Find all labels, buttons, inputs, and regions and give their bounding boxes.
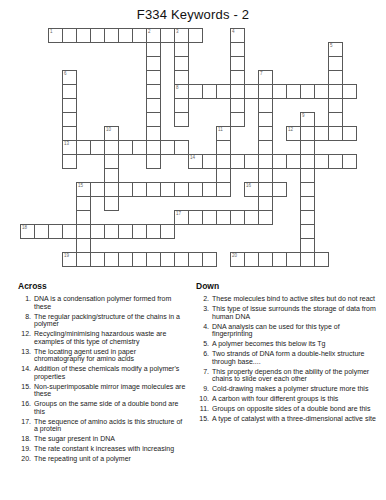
grid-cell[interactable] [202,154,217,169]
grid-cell[interactable] [300,196,315,211]
grid-cell[interactable]: 15 [76,182,91,197]
grid-cell[interactable]: 16 [244,182,259,197]
grid-cell[interactable] [160,28,175,43]
clue-text: The sugar present in DNA [34,435,187,443]
grid-cell[interactable] [188,28,203,43]
grid-cell[interactable] [174,252,189,267]
grid-cell[interactable] [160,140,175,155]
cell-number: 20 [232,253,237,258]
grid-cell[interactable] [202,84,217,99]
clue-number: 14. [18,365,34,380]
cell-number: 6 [64,71,67,76]
clue-text: The locating agent used in paper chromat… [34,348,187,363]
grid-cell[interactable] [258,168,273,183]
cell-number: 8 [176,85,179,90]
down-heading: Down [196,281,380,291]
grid-cell[interactable] [300,168,315,183]
grid-cell[interactable] [62,28,77,43]
grid-cell[interactable] [160,252,175,267]
clue-item: 9.Cold-drawing makes a polymer structure… [196,385,380,393]
clue-number: 20. [18,455,34,463]
grid-cell[interactable] [286,154,301,169]
grid-cell[interactable] [244,154,259,169]
clue-number: 15. [18,383,34,398]
grid-cell[interactable] [314,126,329,141]
grid-cell[interactable] [62,154,77,169]
grid-cell[interactable] [174,98,189,113]
grid-cell[interactable]: 3 [174,28,189,43]
clue-item: 8.The regular packing/structure of the c… [18,313,190,328]
clue-text: A polymer becomes this below its Tg [212,340,379,348]
grid-cell[interactable] [118,224,133,239]
grid-cell[interactable]: 14 [188,154,203,169]
clue-text: The repeating unit of a polymer [34,455,187,463]
clue-number: 19. [18,445,34,453]
grid-cell[interactable] [104,28,119,43]
clue-item: 7.This property depends on the ability o… [196,368,380,383]
grid-cell[interactable] [230,98,245,113]
grid-cell[interactable]: 7 [258,70,273,85]
clue-item: 3.This type of issue surrounds the stora… [196,305,380,320]
cell-number: 3 [176,29,179,34]
grid-cell[interactable] [314,252,329,267]
clue-item: 2.These molecules bind to active sites b… [196,295,380,303]
grid-cell[interactable] [258,182,273,197]
grid-cell[interactable] [230,154,245,169]
cell-number: 7 [260,71,263,76]
clue-item: 10.A carbon with four different groups i… [196,395,380,403]
clue-number: 18. [18,435,34,443]
cell-number: 19 [64,253,69,258]
clue-item: 16.Groups on the same side of a double b… [18,400,190,415]
clue-number: 3. [196,305,212,320]
cell-number: 5 [330,43,333,48]
grid-cell[interactable] [146,112,161,127]
clue-item: 12.Recycling/minimising hazardous waste … [18,330,190,345]
grid-cell[interactable] [90,140,105,155]
grid-cell[interactable] [132,182,147,197]
grid-cell[interactable] [272,84,287,99]
clue-item: 5.A polymer becomes this below its Tg [196,340,380,348]
grid-cell[interactable] [258,98,273,113]
grid-cell[interactable] [104,224,119,239]
grid-cell[interactable] [76,196,91,211]
clue-number: 7. [196,368,212,383]
grid-cell[interactable] [328,112,343,127]
cell-number: 14 [190,155,195,160]
grid-cell[interactable] [90,28,105,43]
grid-cell[interactable] [146,224,161,239]
grid-cell[interactable] [104,196,119,211]
grid-cell[interactable] [216,182,231,197]
clue-item: 15.A type of catalyst with a three-dimen… [196,415,380,423]
grid-cell[interactable] [202,182,217,197]
grid-cell[interactable] [118,28,133,43]
grid-cell[interactable] [230,84,245,99]
clue-number: 5. [196,340,212,348]
clue-number: 15. [196,415,212,423]
clue-number: 6. [196,350,212,365]
grid-cell[interactable] [62,112,77,127]
grid-cell[interactable] [146,84,161,99]
grid-cell[interactable] [48,224,63,239]
grid-cell[interactable] [160,182,175,197]
across-heading: Across [18,281,190,291]
grid-cell[interactable] [34,224,49,239]
grid-cell[interactable] [244,252,259,267]
grid-cell[interactable] [90,224,105,239]
cell-number: 10 [106,127,111,132]
grid-cell[interactable] [258,126,273,141]
cell-number: 12 [288,127,293,132]
cell-number: 13 [64,141,69,146]
grid-cell[interactable] [160,224,175,239]
grid-cell[interactable] [62,98,77,113]
cell-number: 2 [148,29,151,34]
grid-cell[interactable] [300,238,315,253]
grid-cell[interactable]: 19 [62,252,77,267]
grid-cell[interactable] [132,140,147,155]
grid-cell[interactable]: 12 [286,126,301,141]
clue-number: 10. [196,395,212,403]
grid-cell[interactable] [174,56,189,71]
grid-cell[interactable] [300,154,315,169]
clue-text: Addition of these chemicals modify a pol… [34,365,187,380]
grid-cell[interactable] [146,126,161,141]
grid-cell[interactable] [76,238,91,253]
grid-cell[interactable] [258,252,273,267]
grid-cell[interactable] [104,182,119,197]
clue-item: 17.The sequence of amino acids is this s… [18,418,190,433]
grid-cell[interactable] [314,154,329,169]
grid-cell[interactable] [76,210,91,225]
grid-cell[interactable] [146,182,161,197]
across-clues-section: Across 1.DNA is a condensation polymer f… [18,281,190,465]
grid-cell[interactable] [188,84,203,99]
grid-cell[interactable]: 8 [174,84,189,99]
grid-cell[interactable]: 20 [230,252,245,267]
clue-item: 19.The rate constant k increases with in… [18,445,190,453]
grid-cell[interactable] [216,140,231,155]
cell-number: 9 [302,113,305,118]
grid-cell[interactable] [104,168,119,183]
grid-cell[interactable] [216,84,231,99]
grid-cell[interactable] [258,112,273,127]
grid-cell[interactable] [146,98,161,113]
grid-cell[interactable] [132,28,147,43]
grid-cell[interactable] [300,210,315,225]
grid-cell[interactable] [328,84,343,99]
grid-cell[interactable] [328,56,343,71]
grid-cell[interactable] [146,56,161,71]
clue-number: 9. [196,385,212,393]
clue-text: Groups on the same side of a double bond… [34,400,187,415]
clue-text: A type of catalyst with a three-dimensio… [212,415,379,423]
clue-number: 17. [18,418,34,433]
grid-cell[interactable] [76,252,91,267]
clue-number: 13. [18,348,34,363]
grid-cell[interactable] [342,126,357,141]
cell-number: 4 [232,29,235,34]
clue-number: 8. [18,313,34,328]
grid-cell[interactable] [286,84,301,99]
clue-text: The sequence of amino acids is this stru… [34,418,187,433]
grid-cell[interactable] [244,84,259,99]
grid-cell[interactable] [76,224,91,239]
grid-cell[interactable] [342,84,357,99]
grid-cell[interactable] [146,252,161,267]
clue-text: A carbon with four different groups is t… [212,395,379,403]
grid-cell[interactable] [258,84,273,99]
crossword-grid: 1234567891011121314151617181920 [20,28,358,269]
grid-cell[interactable] [62,84,77,99]
clue-text: Cold-drawing makes a polymer structure m… [212,385,379,393]
grid-cell[interactable] [272,154,287,169]
clue-number: 4. [196,323,212,338]
grid-cell[interactable] [90,182,105,197]
grid-cell[interactable] [174,182,189,197]
grid-cell[interactable] [174,112,189,127]
clue-text: DNA is a condensation polymer formed fro… [34,295,187,310]
clue-item: 4.DNA analysis can be used for this type… [196,323,380,338]
grid-cell[interactable] [216,154,231,169]
clue-text: Non-superimposable mirror image molecule… [34,383,187,398]
grid-cell[interactable]: 11 [216,126,231,141]
clue-number: 12. [18,330,34,345]
grid-cell[interactable] [230,112,245,127]
clue-text: DNA analysis can be used for this type o… [212,323,379,338]
across-clues-list: 1.DNA is a condensation polymer formed f… [18,295,190,463]
grid-cell[interactable] [132,252,147,267]
grid-cell[interactable] [104,252,119,267]
grid-cell[interactable]: 17 [174,210,189,225]
grid-cell[interactable]: 4 [230,28,245,43]
clue-item: 18.The sugar present in DNA [18,435,190,443]
grid-cell[interactable] [342,154,357,169]
down-clues-section: Down 2.These molecules bind to active si… [196,281,380,425]
clue-item: 13.The locating agent used in paper chro… [18,348,190,363]
grid-cell[interactable] [216,210,231,225]
grid-cell[interactable] [300,252,315,267]
grid-cell[interactable] [202,252,217,267]
grid-cell[interactable] [202,210,217,225]
grid-cell[interactable]: 1 [48,28,63,43]
grid-cell[interactable] [258,140,273,155]
grid-cell[interactable] [118,182,133,197]
grid-cell[interactable] [76,140,91,155]
cell-number: 11 [218,127,223,132]
grid-cell[interactable] [76,28,91,43]
grid-cell[interactable] [118,252,133,267]
grid-cell[interactable]: 10 [104,126,119,141]
grid-cell[interactable] [230,56,245,71]
grid-cell[interactable] [146,70,161,85]
grid-cell[interactable] [174,70,189,85]
clue-text: This type of issue surrounds the storage… [212,305,379,320]
grid-cell[interactable] [328,70,343,85]
grid-cell[interactable] [230,42,245,57]
grid-cell[interactable]: 5 [328,42,343,57]
grid-cell[interactable]: 2 [146,28,161,43]
grid-cell[interactable] [328,126,343,141]
clue-number: 1. [18,295,34,310]
cell-number: 18 [22,225,27,230]
clue-number: 2. [196,295,212,303]
grid-cell[interactable] [188,182,203,197]
grid-cell[interactable] [300,126,315,141]
clue-text: The regular packing/structure of the cha… [34,313,187,328]
grid-cell[interactable] [230,70,245,85]
clue-text: The rate constant k increases with incre… [34,445,187,453]
puzzle-title: F334 Keywords - 2 [0,7,386,22]
clue-text: Two strands of DNA form a double-helix s… [212,350,379,365]
grid-cell[interactable] [132,224,147,239]
grid-cell[interactable] [244,210,259,225]
grid-cell[interactable] [258,210,273,225]
cell-number: 15 [78,183,83,188]
grid-cell[interactable] [258,154,273,169]
grid-cell[interactable] [272,252,287,267]
grid-cell[interactable] [216,168,231,183]
grid-cell[interactable] [286,252,301,267]
clue-number: 11. [196,405,212,413]
grid-cell[interactable] [328,154,343,169]
grid-cell[interactable] [230,210,245,225]
clue-text: These molecules bind to active sites but… [212,295,379,303]
grid-cell[interactable] [174,140,189,155]
cell-number: 16 [246,183,251,188]
cell-number: 17 [176,211,181,216]
grid-cell[interactable] [258,196,273,211]
grid-cell[interactable] [62,224,77,239]
clue-item: 11.Groups on opposite sides of a double … [196,405,380,413]
grid-cell[interactable]: 9 [300,112,315,127]
clue-item: 6.Two strands of DNA form a double-helix… [196,350,380,365]
grid-cell[interactable] [300,84,315,99]
grid-cell[interactable] [300,182,315,197]
clue-text: This property depends on the ability of … [212,368,379,383]
clue-item: 20.The repeating unit of a polymer [18,455,190,463]
grid-cell[interactable] [328,98,343,113]
clue-item: 14.Addition of these chemicals modify a … [18,365,190,380]
grid-cell[interactable] [314,84,329,99]
grid-cell[interactable] [118,140,133,155]
clue-item: 1.DNA is a condensation polymer formed f… [18,295,190,310]
grid-cell[interactable] [146,42,161,57]
grid-cell[interactable] [188,210,203,225]
grid-cell[interactable] [272,182,287,197]
grid-cell[interactable] [90,252,105,267]
grid-cell[interactable]: 13 [62,140,77,155]
grid-cell[interactable]: 6 [62,70,77,85]
grid-cell[interactable] [300,140,315,155]
grid-cell[interactable] [146,140,161,155]
clue-number: 16. [18,400,34,415]
down-clues-list: 2.These molecules bind to active sites b… [196,295,380,423]
grid-cell[interactable] [188,252,203,267]
grid-cell[interactable] [62,126,77,141]
clue-item: 15.Non-superimposable mirror image molec… [18,383,190,398]
clue-text: Groups on opposite sides of a double bon… [212,405,379,413]
grid-cell[interactable] [104,154,119,169]
grid-cell[interactable]: 18 [20,224,35,239]
grid-cell[interactable] [174,42,189,57]
grid-cell[interactable] [300,224,315,239]
cell-number: 1 [50,29,53,34]
grid-cell[interactable] [104,140,119,155]
grid-cell[interactable] [146,154,161,169]
clue-text: Recycling/minimising hazardous waste are… [34,330,187,345]
